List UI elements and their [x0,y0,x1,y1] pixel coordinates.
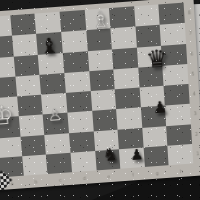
square-f2 [118,127,144,149]
square-f6 [112,47,138,69]
square-f8 [109,6,135,28]
file-label-f: f [120,168,145,180]
file-label-h: h [169,164,194,176]
square-b3 [18,115,44,137]
square-d1 [70,151,96,172]
rank-label-5: 5 [187,63,198,84]
square-b5 [15,75,41,97]
square-h8 [159,3,185,25]
square-c6 [38,53,64,75]
file-label-g: g [145,166,170,178]
square-b2 [20,135,46,157]
square-g4 [139,86,165,108]
rank-label-2: 2 [191,123,200,144]
square-h5 [163,64,189,86]
rank-label-3: 3 [190,103,200,124]
square-g6 [137,45,163,67]
square-b8 [10,14,36,36]
square-c5 [40,73,66,95]
square-g3 [141,106,167,128]
square-h7 [160,23,186,45]
square-f1 [119,147,145,168]
square-g7 [135,25,161,47]
square-f7 [111,27,137,49]
square-d7 [61,30,87,52]
rank-label-7: 7 [185,22,196,43]
square-g1 [143,145,169,166]
square-h1 [168,144,194,165]
square-f5 [113,67,139,89]
square-e6 [87,49,113,71]
square-d4 [66,91,92,113]
square-c1 [46,153,72,174]
file-label-c: c [48,173,73,185]
square-c3 [43,113,69,135]
file-label-b: b [24,175,49,187]
square-c7 [36,32,62,54]
square-g2 [142,126,168,148]
square-f4 [115,88,141,110]
square-a5 [0,76,17,98]
board-squares [0,3,193,178]
rank-label-8: 8 [184,2,195,23]
square-f3 [116,108,142,130]
square-e4 [90,89,116,111]
square-e3 [92,109,118,131]
square-e2 [93,129,119,151]
square-d2 [69,131,95,153]
square-e7 [86,29,112,51]
square-d8 [59,10,85,32]
chess-board-photo: ♗♝♛♔♙♟♞♟ abcdefgh 87654321 [0,0,200,200]
square-a2 [0,136,22,158]
square-c4 [41,93,67,115]
square-h2 [166,124,192,146]
square-e8 [84,8,110,30]
file-label-d: d [72,171,97,183]
square-d5 [64,71,90,93]
square-b4 [17,95,43,117]
square-g8 [134,4,160,26]
square-d6 [63,51,89,73]
square-b7 [12,34,38,56]
square-h4 [164,84,190,106]
rank-label-6: 6 [186,43,197,64]
square-h3 [165,104,191,126]
square-a4 [0,96,18,118]
square-e1 [95,149,121,170]
square-h6 [161,43,187,65]
chess-board: ♗♝♛♔♙♟♞♟ abcdefgh 87654321 [0,0,200,190]
square-b6 [13,54,39,76]
square-e5 [89,69,115,91]
rank-label-1: 1 [192,143,200,163]
square-b1 [22,154,48,175]
rank-label-4: 4 [188,83,199,104]
square-c8 [35,12,61,34]
file-label-e: e [96,170,121,182]
square-c2 [44,133,70,155]
square-a3 [0,116,20,138]
square-d3 [67,111,93,133]
square-g5 [138,66,164,88]
